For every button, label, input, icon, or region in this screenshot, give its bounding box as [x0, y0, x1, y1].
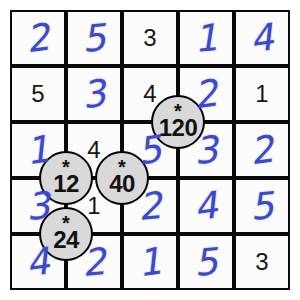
cell-r5c3[interactable]: 1 — [122, 234, 178, 290]
given-digit: 3 — [143, 26, 156, 50]
cell-r5c4[interactable]: 5 — [178, 234, 234, 290]
cell-r4c3[interactable]: 2 — [122, 178, 178, 234]
cell-r1c4[interactable]: 1 — [178, 10, 234, 66]
cell-r5c1[interactable]: 4 — [10, 234, 66, 290]
cell-r2c4[interactable]: 2 — [178, 66, 234, 122]
cell-r4c1[interactable]: 3 — [10, 178, 66, 234]
puzzle-page: 2531453421145323124542153 *120*12*40*24 — [0, 0, 300, 300]
penned-digit: 2 — [137, 187, 164, 226]
penned-digit: 4 — [24, 242, 52, 282]
penned-digit: 5 — [193, 243, 220, 282]
cell-r3c5[interactable]: 2 — [234, 122, 290, 178]
penned-digit: 3 — [25, 187, 52, 226]
cell-r2c1[interactable]: 5 — [10, 66, 66, 122]
cell-r5c5[interactable]: 3 — [234, 234, 290, 290]
given-digit: 1 — [255, 82, 268, 106]
penned-digit: 1 — [24, 130, 52, 170]
cell-r2c5[interactable]: 1 — [234, 66, 290, 122]
penned-digit: 3 — [80, 74, 108, 114]
cell-r3c3[interactable]: 5 — [122, 122, 178, 178]
cell-r1c1[interactable]: 2 — [10, 10, 66, 66]
given-digit: 4 — [143, 82, 156, 106]
given-digit: 1 — [87, 194, 100, 218]
penned-digit: 1 — [193, 19, 220, 58]
penned-digit: 2 — [24, 18, 52, 58]
cell-r3c2[interactable]: 4 — [66, 122, 122, 178]
penned-digit: 5 — [136, 130, 164, 170]
cell-r1c2[interactable]: 5 — [66, 10, 122, 66]
given-digit: 3 — [255, 250, 268, 274]
penned-digit: 3 — [193, 131, 220, 170]
cell-r3c1[interactable]: 1 — [10, 122, 66, 178]
penned-digit: 2 — [81, 243, 108, 282]
penned-digit: 2 — [192, 74, 220, 114]
cell-r4c2[interactable]: 1 — [66, 178, 122, 234]
penned-digit: 4 — [248, 18, 276, 58]
penned-digit: 5 — [249, 187, 276, 226]
cell-r2c2[interactable]: 3 — [66, 66, 122, 122]
cell-r1c5[interactable]: 4 — [234, 10, 290, 66]
cell-r4c4[interactable]: 4 — [178, 178, 234, 234]
given-digit: 4 — [87, 138, 100, 162]
penned-digit: 1 — [136, 242, 164, 282]
cell-r3c4[interactable]: 3 — [178, 122, 234, 178]
cell-r1c3[interactable]: 3 — [122, 10, 178, 66]
puzzle-board: 2531453421145323124542153 — [10, 10, 290, 290]
cell-r2c3[interactable]: 4 — [122, 66, 178, 122]
cell-r5c2[interactable]: 2 — [66, 234, 122, 290]
given-digit: 5 — [31, 82, 44, 106]
penned-digit: 5 — [81, 19, 108, 58]
penned-digit: 2 — [248, 130, 276, 170]
penned-digit: 4 — [192, 186, 220, 226]
cell-r4c5[interactable]: 5 — [234, 178, 290, 234]
